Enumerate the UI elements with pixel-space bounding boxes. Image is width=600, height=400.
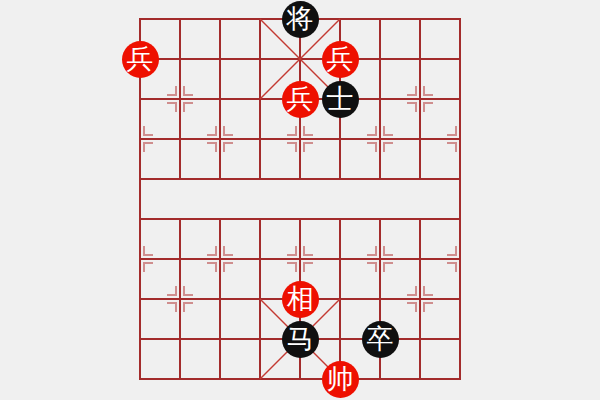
board-point[interactable] [320,279,360,319]
piece-black-advisor[interactable]: 士 [322,81,359,118]
board-point[interactable] [280,39,320,79]
board-point[interactable] [200,0,240,39]
board-point[interactable] [440,79,480,119]
board-point[interactable] [360,239,400,279]
board-point[interactable] [360,159,400,199]
board-point[interactable] [160,159,200,199]
board-point[interactable] [360,279,400,319]
board-point[interactable] [440,239,480,279]
board-point[interactable] [320,319,360,359]
board-point[interactable] [160,0,200,39]
board-point[interactable] [280,239,320,279]
board-point[interactable] [320,119,360,159]
board-point[interactable] [120,359,160,399]
board-point[interactable] [320,199,360,239]
board-point[interactable] [400,39,440,79]
board-point[interactable] [240,359,280,399]
board-point[interactable] [400,199,440,239]
piece-black-soldier[interactable]: 卒 [362,321,399,358]
board-point[interactable] [200,199,240,239]
piece-red-soldier[interactable]: 兵 [282,81,319,118]
board-point[interactable] [200,119,240,159]
board-point[interactable]: 兵 [280,79,320,119]
board-point[interactable] [400,279,440,319]
board-point[interactable]: 兵 [320,39,360,79]
board-point[interactable] [400,319,440,359]
board-point[interactable] [160,39,200,79]
board-point[interactable] [240,79,280,119]
board-point[interactable] [440,0,480,39]
board-point[interactable] [400,159,440,199]
board-point[interactable] [400,359,440,399]
board-point[interactable]: 马 [280,319,320,359]
piece-black-horse[interactable]: 马 [282,321,319,358]
piece-red-general[interactable]: 帅 [322,361,359,398]
board-point[interactable] [280,119,320,159]
board-point[interactable] [120,319,160,359]
board-point[interactable] [440,119,480,159]
board-point[interactable] [440,279,480,319]
board-point[interactable] [240,199,280,239]
board-point[interactable] [120,199,160,239]
board-point[interactable] [120,159,160,199]
board-point[interactable] [120,239,160,279]
board-point[interactable] [360,359,400,399]
piece-red-soldier[interactable]: 兵 [122,41,159,78]
board-point[interactable] [240,159,280,199]
board-point[interactable] [120,279,160,319]
board-point[interactable] [440,359,480,399]
board-point[interactable] [400,239,440,279]
board-point[interactable] [440,319,480,359]
board-point[interactable]: 士 [320,79,360,119]
board-point[interactable] [360,0,400,39]
board-point[interactable] [160,359,200,399]
board-point[interactable]: 相 [280,279,320,319]
board-point[interactable] [160,119,200,159]
board-point[interactable]: 将 [280,0,320,39]
board-point[interactable] [240,119,280,159]
board-point[interactable] [160,239,200,279]
board-point[interactable]: 兵 [120,39,160,79]
board-point[interactable]: 卒 [360,319,400,359]
board-point[interactable] [360,119,400,159]
board-point[interactable] [200,359,240,399]
board-point[interactable] [400,79,440,119]
board-point[interactable] [320,239,360,279]
board-point[interactable] [200,239,240,279]
board-point[interactable] [120,79,160,119]
board-point[interactable] [200,279,240,319]
board-point[interactable] [200,79,240,119]
board-point[interactable] [200,319,240,359]
board-grid: 将兵兵兵士相马卒帅 [120,0,480,399]
board-point[interactable] [120,0,160,39]
board-point[interactable] [240,239,280,279]
board-point[interactable] [200,159,240,199]
board-point[interactable] [320,159,360,199]
xiangqi-board: 将兵兵兵士相马卒帅 [0,0,600,400]
piece-black-general[interactable]: 将 [282,1,319,38]
board-point[interactable] [160,79,200,119]
board-point[interactable] [440,39,480,79]
board-point[interactable] [320,0,360,39]
board-point[interactable] [400,119,440,159]
board-point[interactable]: 帅 [320,359,360,399]
board-point[interactable] [400,0,440,39]
board-point[interactable] [360,79,400,119]
board-point[interactable] [360,39,400,79]
board-point[interactable] [200,39,240,79]
board-point[interactable] [240,279,280,319]
board-point[interactable] [440,159,480,199]
board-point[interactable] [160,279,200,319]
board-point[interactable] [240,319,280,359]
piece-red-elephant[interactable]: 相 [282,281,319,318]
board-point[interactable] [280,199,320,239]
board-point[interactable] [280,159,320,199]
board-point[interactable] [440,199,480,239]
board-point[interactable] [240,39,280,79]
board-point[interactable] [160,199,200,239]
piece-red-soldier[interactable]: 兵 [322,41,359,78]
board-point[interactable] [280,359,320,399]
board-point[interactable] [240,0,280,39]
board-point[interactable] [160,319,200,359]
board-point[interactable] [120,119,160,159]
board-point[interactable] [360,199,400,239]
